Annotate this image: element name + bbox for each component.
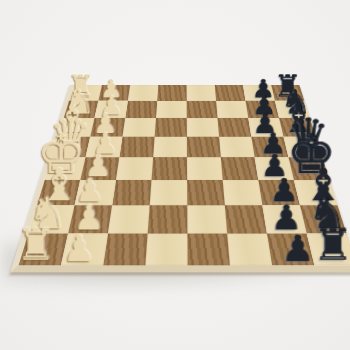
- board-square-r5c7: ♝: [294, 180, 338, 205]
- board-square-r1c6: ♟: [246, 101, 280, 118]
- board-square-r5c5: [223, 180, 263, 205]
- board-square-r0c7: ♜: [271, 85, 304, 101]
- board-square-r5c4: [187, 180, 225, 205]
- board-square-r1c7: ♞: [275, 101, 310, 118]
- board-square-r0c2: [128, 85, 159, 101]
- board-square-r0c5: [215, 85, 246, 101]
- board-square-r1c3: [156, 101, 187, 118]
- board-square-r6c7: ♞: [300, 205, 347, 233]
- board-square-r2c2: [122, 118, 156, 137]
- board-square-r6c0: ♞: [28, 205, 74, 233]
- board-square-r2c4: [187, 118, 219, 137]
- board-square-r4c3: [152, 157, 188, 180]
- chess-set-photo: ♜♟♟♜♞♟♟♞♝♟♟♝♛♟♟♛♚♟♟♚♝♟♟♝♞♟♟♞♜♟♟♜: [0, 0, 350, 350]
- board-square-r3c4: [187, 137, 221, 158]
- black-pawn: ♟: [269, 175, 298, 207]
- board-square-r2c6: ♟: [248, 118, 283, 137]
- board-square-r5c3: [150, 180, 188, 205]
- board-square-r5c2: [112, 180, 151, 205]
- board-square-r3c6: ♟: [251, 137, 288, 158]
- black-pawn: ♟: [271, 201, 302, 235]
- board-square-r1c4: [187, 101, 218, 118]
- board-square-r7c3: [145, 234, 187, 266]
- white-pawn: ♟: [100, 77, 123, 102]
- board-square-r5c1: ♟: [75, 180, 116, 205]
- board-square-r3c5: [219, 137, 255, 158]
- board-square-r5c0: ♝: [37, 180, 80, 205]
- white-pawn: ♟: [75, 175, 104, 207]
- black-bishop: ♝: [303, 163, 343, 207]
- board-square-r6c2: [108, 205, 150, 233]
- board-square-r0c1: ♟: [98, 85, 130, 101]
- board-square-r0c4: [187, 85, 217, 101]
- board-square-r1c1: ♟: [94, 101, 127, 118]
- chess-board: ♜♟♟♜♞♟♟♞♝♟♟♝♛♟♟♛♚♟♟♚♝♟♟♝♞♟♟♞♜♟♟♜: [10, 85, 350, 272]
- board-square-r3c0: ♛: [52, 137, 91, 158]
- board-square-r6c4: [187, 205, 227, 233]
- board-square-r3c1: ♟: [86, 137, 123, 158]
- board-square-r0c3: [157, 85, 186, 101]
- board-square-r0c0: ♜: [69, 85, 102, 101]
- board-square-r1c5: [216, 101, 248, 118]
- black-pawn: ♟: [252, 77, 275, 102]
- board-square-r1c2: [125, 101, 157, 118]
- board-square-r3c3: [153, 137, 187, 158]
- white-rook: ♜: [67, 71, 94, 101]
- white-pawn: ♟: [74, 201, 105, 235]
- board-square-r2c7: ♝: [279, 118, 316, 137]
- board-square-r7c5: [227, 234, 272, 266]
- board-square-r2c1: ♟: [90, 118, 125, 137]
- board-square-r4c0: ♚: [45, 157, 86, 180]
- board-square-r4c2: [116, 157, 153, 180]
- board-square-r6c5: [225, 205, 267, 233]
- board-square-r7c0: ♜: [19, 234, 68, 266]
- white-rook: ♜: [16, 224, 55, 268]
- board-square-r2c3: [155, 118, 187, 137]
- board-square-r7c2: [103, 234, 148, 266]
- board-square-r4c6: ♟: [255, 157, 294, 180]
- board-square-r4c4: [187, 157, 223, 180]
- black-rook: ♜: [274, 71, 301, 101]
- board-square-r4c1: ♟: [80, 157, 119, 180]
- board-square-r7c1: ♟: [61, 234, 108, 266]
- board-square-r1c0: ♞: [64, 101, 99, 118]
- black-rook: ♜: [313, 224, 350, 268]
- white-pawn: ♟: [63, 231, 95, 267]
- board-square-r2c0: ♝: [58, 118, 94, 137]
- board-square-r6c1: ♟: [68, 205, 112, 233]
- board-square-r4c5: [221, 157, 259, 180]
- board-square-r2c5: [218, 118, 252, 137]
- board-square-r0c6: ♟: [243, 85, 275, 101]
- board-square-r5c6: ♟: [258, 180, 300, 205]
- white-bishop: ♝: [39, 163, 79, 207]
- board-square-r3c2: [119, 137, 154, 158]
- board-square-r4c7: ♚: [288, 157, 329, 180]
- board-square-r6c3: [148, 205, 188, 233]
- board-square-r3c7: ♛: [284, 137, 323, 158]
- board-square-r7c4: [187, 234, 229, 266]
- board-square-r7c7: ♜: [307, 234, 350, 266]
